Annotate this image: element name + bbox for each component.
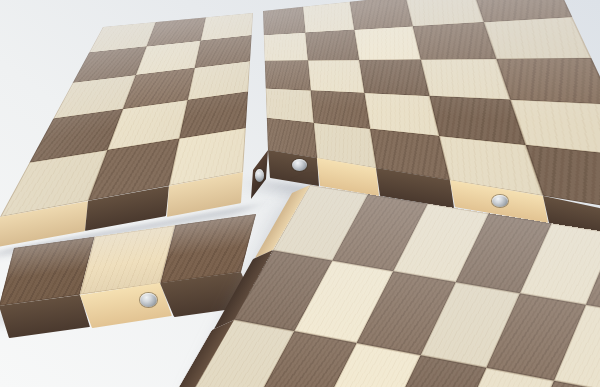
board-square-maple xyxy=(264,33,308,61)
board-square-maple xyxy=(354,26,420,60)
chessboard-photo-scene xyxy=(0,0,600,387)
magnet-disc xyxy=(255,169,264,182)
board-square-walnut xyxy=(413,22,497,59)
board-square-walnut xyxy=(263,7,305,35)
board-square-walnut xyxy=(496,58,600,104)
magnet-disc xyxy=(492,195,508,207)
board-square-walnut xyxy=(305,30,359,61)
board-square-walnut xyxy=(265,60,311,90)
board-square-walnut xyxy=(359,60,429,96)
magnet-disc xyxy=(140,293,157,307)
board-square-maple xyxy=(421,59,511,100)
board-square-maple xyxy=(484,17,592,59)
magnet-disc xyxy=(292,159,307,171)
board-square-maple xyxy=(308,60,364,93)
board-square-walnut xyxy=(350,0,413,30)
board-square-maple xyxy=(303,2,354,33)
